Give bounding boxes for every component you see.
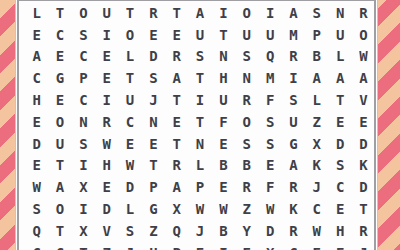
grid-cell-r12c2: C [48,242,71,250]
grid-cell-r1c7: T [165,2,188,24]
grid-cell-r1c4: U [95,2,118,24]
grid-cell-r10c12: K [282,198,305,220]
grid-cell-r9c3: X [72,176,95,198]
grid-cell-r4c13: A [305,67,328,89]
grid-cell-r8c3: I [72,155,95,177]
grid-cell-r9c4: E [95,176,118,198]
grid-cell-r3c10: S [235,46,258,68]
grid-cell-r1c6: R [142,2,165,24]
grid-cell-r7c13: X [305,133,328,155]
grid-cell-r6c12: U [282,111,305,133]
grid-cell-r12c8: E [188,242,211,250]
grid-cell-r2c2: C [48,24,71,46]
grid-cell-r10c5: L [118,198,141,220]
grid-cell-r11c3: X [72,220,95,242]
grid-cell-r7c11: S [258,133,281,155]
grid-cell-r11c15: R [352,220,375,242]
grid-cell-r8c5: W [118,155,141,177]
grid-cell-r8c13: K [305,155,328,177]
grid-cell-r4c6: S [142,67,165,89]
grid-cell-r10c6: G [142,198,165,220]
grid-cell-r11c7: Q [165,220,188,242]
grid-cell-r10c7: X [165,198,188,220]
grid-cell-r9c12: R [282,176,305,198]
grid-cell-r3c3: C [72,46,95,68]
grid-cell-r1c5: T [118,2,141,24]
grid-cell-r9c9: E [212,176,235,198]
grid-cell-r10c8: W [188,198,211,220]
grid-cell-r7c4: W [95,133,118,155]
grid-cell-r8c4: H [95,155,118,177]
grid-cell-r4c2: G [48,67,71,89]
grid-cell-r6c1: E [25,111,48,133]
grid-cell-r10c10: Z [235,198,258,220]
grid-cell-r4c10: N [235,67,258,89]
grid-cell-r5c3: C [72,89,95,111]
grid-cell-r1c9: I [212,2,235,24]
grid-cell-r10c11: W [258,198,281,220]
grid-cell-r4c7: A [165,67,188,89]
grid-cell-r1c2: T [48,2,71,24]
grid-cell-r3c7: R [165,46,188,68]
grid-cell-r8c7: R [165,155,188,177]
grid-cell-r7c14: D [328,133,351,155]
grid-cell-r12c7: P [165,242,188,250]
grid-cell-r6c13: Z [305,111,328,133]
grid-cell-r2c3: S [72,24,95,46]
grid-cell-r2c12: M [282,24,305,46]
grid-cell-r3c13: B [305,46,328,68]
grid-cell-r4c8: T [188,67,211,89]
grid-cell-r2c14: U [328,24,351,46]
grid-cell-r9c11: F [258,176,281,198]
grid-cell-r9c14: C [328,176,351,198]
grid-cell-r1c14: N [328,2,351,24]
grid-cell-r11c9: B [212,220,235,242]
word-search-page: LTOUTRTAIOIASNRECSIOEEUTUUMPUOAECELDRSNS… [0,0,400,250]
grid-cell-r9c7: A [165,176,188,198]
grid-cell-r5c9: U [212,89,235,111]
grid-cell-r3c12: R [282,46,305,68]
grid-cell-r3c9: N [212,46,235,68]
grid-cell-r3c1: A [25,46,48,68]
grid-cell-r6c9: F [212,111,235,133]
grid-cell-r3c4: E [95,46,118,68]
grid-cell-r11c12: R [282,220,305,242]
grid-cell-r1c13: S [305,2,328,24]
grid-cell-r6c2: O [48,111,71,133]
grid-cell-r8c11: E [258,155,281,177]
grid-cell-r5c2: E [48,89,71,111]
grid-cell-r6c14: E [328,111,351,133]
grid-cell-r9c15: D [352,176,375,198]
letter-grid: LTOUTRTAIOIASNRECSIOEEUTUUMPUOAECELDRSNS… [19,1,374,250]
grid-cell-r11c10: Y [235,220,258,242]
grid-cell-r6c6: N [142,111,165,133]
grid-cell-r7c2: U [48,133,71,155]
grid-cell-r7c1: D [25,133,48,155]
grid-cell-r2c5: O [118,24,141,46]
grid-cell-r5c1: H [25,89,48,111]
grid-cell-r8c1: E [25,155,48,177]
grid-cell-r10c1: S [25,198,48,220]
grid-cell-r2c13: P [305,24,328,46]
grid-cell-r9c2: A [48,176,71,198]
grid-cell-r1c15: R [352,2,375,24]
grid-cell-r10c13: C [305,198,328,220]
grid-cell-r8c6: T [142,155,165,177]
grid-cell-r10c15: T [352,198,375,220]
grid-cell-r12c12: C [282,242,305,250]
grid-cell-r3c6: D [142,46,165,68]
grid-cell-r12c6: H [142,242,165,250]
grid-cell-r12c5: J [118,242,141,250]
grid-cell-r5c5: U [118,89,141,111]
grid-cell-r2c15: O [352,24,375,46]
grid-cell-r1c3: O [72,2,95,24]
grid-cell-r7c9: E [212,133,235,155]
grid-cell-r5c14: T [328,89,351,111]
grid-cell-r9c5: D [118,176,141,198]
grid-cell-r10c14: E [328,198,351,220]
grid-cell-r5c4: I [95,89,118,111]
grid-cell-r8c15: K [352,155,375,177]
grid-cell-r8c14: S [328,155,351,177]
grid-cell-r2c6: E [142,24,165,46]
grid-cell-r6c10: O [235,111,258,133]
grid-cell-r4c14: A [328,67,351,89]
grid-cell-r6c11: S [258,111,281,133]
grid-cell-r11c2: T [48,220,71,242]
grid-cell-r6c5: C [118,111,141,133]
grid-cell-r7c10: S [235,133,258,155]
grid-cell-r5c6: J [142,89,165,111]
grid-cell-r9c10: R [235,176,258,198]
grid-cell-r1c1: L [25,2,48,24]
grid-cell-r6c15: E [352,111,375,133]
grid-cell-r5c12: S [282,89,305,111]
grid-cell-r4c12: I [282,67,305,89]
grid-cell-r12c11: X [258,242,281,250]
grid-cell-r11c1: Q [25,220,48,242]
grid-cell-r4c9: H [212,67,235,89]
grid-cell-r2c7: E [165,24,188,46]
grid-cell-r5c11: F [258,89,281,111]
grid-cell-r3c2: E [48,46,71,68]
grid-cell-r11c4: V [95,220,118,242]
grid-cell-r6c3: N [72,111,95,133]
grid-cell-r9c1: W [25,176,48,198]
grid-cell-r5c13: L [305,89,328,111]
grid-cell-r4c5: T [118,67,141,89]
grid-cell-r10c9: W [212,198,235,220]
grid-cell-r3c14: L [328,46,351,68]
grid-cell-r3c8: S [188,46,211,68]
grid-cell-r7c12: G [282,133,305,155]
grid-cell-r12c14: E [328,242,351,250]
grid-cell-r6c4: R [95,111,118,133]
grid-cell-r3c5: L [118,46,141,68]
grid-cell-r10c4: D [95,198,118,220]
grid-cell-r8c10: B [235,155,258,177]
grid-cell-r1c12: A [282,2,305,24]
puzzle-panel: LTOUTRTAIOIASNRECSIOEEUTUUMPUOAECELDRSNS… [17,0,376,250]
grid-cell-r11c14: H [328,220,351,242]
grid-cell-r12c1: C [25,242,48,250]
grid-cell-r5c15: V [352,89,375,111]
grid-cell-r12c15: J [352,242,375,250]
grid-cell-r12c10: E [235,242,258,250]
grid-cell-r6c7: E [165,111,188,133]
grid-cell-r3c11: Q [258,46,281,68]
grid-cell-r11c13: W [305,220,328,242]
grid-cell-r12c3: T [72,242,95,250]
grid-cell-r9c6: P [142,176,165,198]
grid-cell-r2c4: I [95,24,118,46]
grid-cell-r8c2: T [48,155,71,177]
grid-cell-r1c8: A [188,2,211,24]
grid-cell-r5c7: T [165,89,188,111]
grid-cell-r8c9: B [212,155,235,177]
grid-cell-r4c3: P [72,67,95,89]
grid-cell-r8c8: L [188,155,211,177]
grid-cell-r9c13: J [305,176,328,198]
grid-cell-r7c3: S [72,133,95,155]
grid-cell-r1c11: I [258,2,281,24]
grid-cell-r6c8: T [188,111,211,133]
grid-cell-r4c15: A [352,67,375,89]
grid-cell-r5c10: R [235,89,258,111]
grid-cell-r7c15: D [352,133,375,155]
grid-cell-r7c7: T [165,133,188,155]
grid-cell-r7c5: E [118,133,141,155]
grid-cell-r11c11: D [258,220,281,242]
grid-cell-r2c8: U [188,24,211,46]
grid-cell-r10c2: O [48,198,71,220]
grid-cell-r11c8: J [188,220,211,242]
grid-cell-r10c3: I [72,198,95,220]
grid-cell-r12c4: Z [95,242,118,250]
grid-cell-r8c12: A [282,155,305,177]
grid-cell-r1c10: O [235,2,258,24]
grid-cell-r11c5: S [118,220,141,242]
grid-cell-r3c15: W [352,46,375,68]
grid-cell-r5c8: I [188,89,211,111]
grid-cell-r4c1: C [25,67,48,89]
grid-cell-r2c1: E [25,24,48,46]
grid-cell-r2c10: U [235,24,258,46]
grid-cell-r7c8: N [188,133,211,155]
grid-cell-r12c9: I [212,242,235,250]
grid-cell-r9c8: P [188,176,211,198]
grid-cell-r4c11: M [258,67,281,89]
grid-cell-r2c11: U [258,24,281,46]
grid-cell-r7c6: E [142,133,165,155]
grid-cell-r12c13: E [305,242,328,250]
grid-cell-r11c6: Z [142,220,165,242]
grid-cell-r2c9: T [212,24,235,46]
grid-cell-r4c4: E [95,67,118,89]
